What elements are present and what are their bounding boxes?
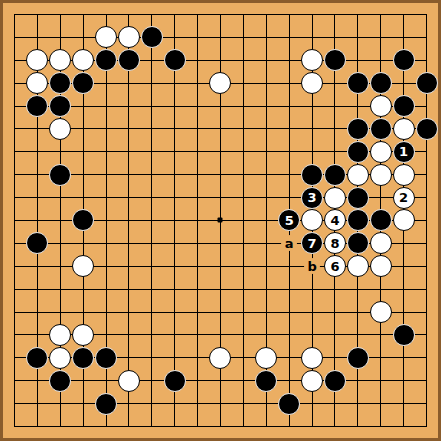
intersection-7-16[interactable]	[163, 369, 186, 392]
intersection-5-11[interactable]	[117, 255, 140, 278]
intersection-16-0[interactable]	[369, 3, 392, 26]
intersection-0-15[interactable]	[3, 346, 26, 369]
intersection-11-2[interactable]	[255, 49, 278, 72]
intersection-14-16[interactable]	[324, 369, 347, 392]
intersection-6-17[interactable]	[140, 392, 163, 415]
intersection-9-11[interactable]	[209, 255, 232, 278]
intersection-0-13[interactable]	[3, 301, 26, 324]
intersection-7-0[interactable]	[163, 3, 186, 26]
intersection-15-5[interactable]	[346, 117, 369, 140]
intersection-5-4[interactable]	[117, 95, 140, 118]
intersection-18-3[interactable]	[415, 72, 438, 95]
intersection-12-14[interactable]	[278, 324, 301, 347]
intersection-6-2[interactable]	[140, 49, 163, 72]
intersection-3-12[interactable]	[72, 278, 95, 301]
intersection-10-15[interactable]	[232, 346, 255, 369]
intersection-5-6[interactable]	[117, 140, 140, 163]
intersection-15-18[interactable]	[346, 415, 369, 438]
intersection-11-18[interactable]	[255, 415, 278, 438]
intersection-18-5[interactable]	[415, 117, 438, 140]
intersection-6-3[interactable]	[140, 72, 163, 95]
intersection-7-3[interactable]	[163, 72, 186, 95]
intersection-13-12[interactable]	[301, 278, 324, 301]
intersection-15-15[interactable]	[346, 346, 369, 369]
intersection-10-10[interactable]	[232, 232, 255, 255]
intersection-8-17[interactable]	[186, 392, 209, 415]
intersection-17-10[interactable]	[392, 232, 415, 255]
intersection-4-7[interactable]	[95, 163, 118, 186]
intersection-6-6[interactable]	[140, 140, 163, 163]
intersection-7-2[interactable]	[163, 49, 186, 72]
intersection-10-11[interactable]	[232, 255, 255, 278]
intersection-14-9[interactable]: 4	[324, 209, 347, 232]
intersection-14-17[interactable]	[324, 392, 347, 415]
intersection-13-3[interactable]	[301, 72, 324, 95]
intersection-3-8[interactable]	[72, 186, 95, 209]
intersection-16-15[interactable]	[369, 346, 392, 369]
intersection-3-13[interactable]	[72, 301, 95, 324]
intersection-0-6[interactable]	[3, 140, 26, 163]
intersection-8-12[interactable]	[186, 278, 209, 301]
intersection-0-16[interactable]	[3, 369, 26, 392]
intersection-13-6[interactable]	[301, 140, 324, 163]
intersection-13-9[interactable]	[301, 209, 324, 232]
intersection-0-3[interactable]	[3, 72, 26, 95]
intersection-0-2[interactable]	[3, 49, 26, 72]
intersection-15-16[interactable]	[346, 369, 369, 392]
intersection-7-12[interactable]	[163, 278, 186, 301]
intersection-10-16[interactable]	[232, 369, 255, 392]
intersection-8-16[interactable]	[186, 369, 209, 392]
intersection-1-13[interactable]	[26, 301, 49, 324]
intersection-11-9[interactable]	[255, 209, 278, 232]
intersection-14-6[interactable]	[324, 140, 347, 163]
intersection-17-11[interactable]	[392, 255, 415, 278]
intersection-16-8[interactable]	[369, 186, 392, 209]
intersection-18-1[interactable]	[415, 26, 438, 49]
intersection-5-5[interactable]	[117, 117, 140, 140]
intersection-17-16[interactable]	[392, 369, 415, 392]
intersection-3-1[interactable]	[72, 26, 95, 49]
intersection-18-17[interactable]	[415, 392, 438, 415]
intersection-11-12[interactable]	[255, 278, 278, 301]
intersection-14-15[interactable]	[324, 346, 347, 369]
intersection-13-15[interactable]	[301, 346, 324, 369]
intersection-8-2[interactable]	[186, 49, 209, 72]
intersection-17-5[interactable]	[392, 117, 415, 140]
intersection-9-8[interactable]	[209, 186, 232, 209]
intersection-16-11[interactable]	[369, 255, 392, 278]
intersection-14-14[interactable]	[324, 324, 347, 347]
intersection-17-2[interactable]	[392, 49, 415, 72]
intersection-15-0[interactable]	[346, 3, 369, 26]
intersection-15-12[interactable]	[346, 278, 369, 301]
intersection-1-4[interactable]	[26, 95, 49, 118]
intersection-12-7[interactable]	[278, 163, 301, 186]
intersection-12-0[interactable]	[278, 3, 301, 26]
intersection-11-3[interactable]	[255, 72, 278, 95]
intersection-12-5[interactable]	[278, 117, 301, 140]
intersection-7-5[interactable]	[163, 117, 186, 140]
intersection-11-7[interactable]	[255, 163, 278, 186]
intersection-1-5[interactable]	[26, 117, 49, 140]
intersection-14-5[interactable]	[324, 117, 347, 140]
intersection-4-2[interactable]	[95, 49, 118, 72]
intersection-15-11[interactable]	[346, 255, 369, 278]
intersection-3-2[interactable]	[72, 49, 95, 72]
intersection-0-5[interactable]	[3, 117, 26, 140]
intersection-10-12[interactable]	[232, 278, 255, 301]
intersection-3-15[interactable]	[72, 346, 95, 369]
intersection-2-16[interactable]	[49, 369, 72, 392]
intersection-13-2[interactable]	[301, 49, 324, 72]
intersection-5-9[interactable]	[117, 209, 140, 232]
intersection-16-16[interactable]	[369, 369, 392, 392]
intersection-18-6[interactable]	[415, 140, 438, 163]
intersection-4-6[interactable]	[95, 140, 118, 163]
intersection-8-11[interactable]	[186, 255, 209, 278]
intersection-8-8[interactable]	[186, 186, 209, 209]
intersection-12-11[interactable]	[278, 255, 301, 278]
intersection-18-10[interactable]	[415, 232, 438, 255]
intersection-17-13[interactable]	[392, 301, 415, 324]
intersection-7-17[interactable]	[163, 392, 186, 415]
intersection-7-11[interactable]	[163, 255, 186, 278]
intersection-10-6[interactable]	[232, 140, 255, 163]
intersection-3-11[interactable]	[72, 255, 95, 278]
intersection-6-5[interactable]	[140, 117, 163, 140]
intersection-15-7[interactable]	[346, 163, 369, 186]
intersection-14-7[interactable]	[324, 163, 347, 186]
intersection-5-13[interactable]	[117, 301, 140, 324]
intersection-4-3[interactable]	[95, 72, 118, 95]
intersection-14-3[interactable]	[324, 72, 347, 95]
intersection-6-8[interactable]	[140, 186, 163, 209]
intersection-16-4[interactable]	[369, 95, 392, 118]
intersection-10-0[interactable]	[232, 3, 255, 26]
intersection-7-8[interactable]	[163, 186, 186, 209]
intersection-2-9[interactable]	[49, 209, 72, 232]
intersection-12-16[interactable]	[278, 369, 301, 392]
intersection-4-13[interactable]	[95, 301, 118, 324]
intersection-6-0[interactable]	[140, 3, 163, 26]
intersection-8-4[interactable]	[186, 95, 209, 118]
intersection-9-3[interactable]	[209, 72, 232, 95]
intersection-3-9[interactable]	[72, 209, 95, 232]
intersection-2-15[interactable]	[49, 346, 72, 369]
intersection-5-2[interactable]	[117, 49, 140, 72]
intersection-13-13[interactable]	[301, 301, 324, 324]
intersection-8-14[interactable]	[186, 324, 209, 347]
intersection-17-9[interactable]	[392, 209, 415, 232]
intersection-11-16[interactable]	[255, 369, 278, 392]
intersection-17-14[interactable]	[392, 324, 415, 347]
intersection-4-9[interactable]	[95, 209, 118, 232]
intersection-1-12[interactable]	[26, 278, 49, 301]
intersection-7-14[interactable]	[163, 324, 186, 347]
intersection-8-9[interactable]	[186, 209, 209, 232]
intersection-5-12[interactable]	[117, 278, 140, 301]
intersection-9-15[interactable]	[209, 346, 232, 369]
intersection-5-16[interactable]	[117, 369, 140, 392]
intersection-3-3[interactable]	[72, 72, 95, 95]
intersection-0-1[interactable]	[3, 26, 26, 49]
intersection-8-6[interactable]	[186, 140, 209, 163]
intersection-14-12[interactable]	[324, 278, 347, 301]
intersection-12-6[interactable]	[278, 140, 301, 163]
intersection-1-0[interactable]	[26, 3, 49, 26]
intersection-16-2[interactable]	[369, 49, 392, 72]
intersection-18-14[interactable]	[415, 324, 438, 347]
intersection-16-5[interactable]	[369, 117, 392, 140]
intersection-12-13[interactable]	[278, 301, 301, 324]
intersection-3-18[interactable]	[72, 415, 95, 438]
intersection-17-12[interactable]	[392, 278, 415, 301]
intersection-0-7[interactable]	[3, 163, 26, 186]
intersection-2-13[interactable]	[49, 301, 72, 324]
intersection-6-4[interactable]	[140, 95, 163, 118]
intersection-2-1[interactable]	[49, 26, 72, 49]
intersection-8-1[interactable]	[186, 26, 209, 49]
intersection-15-4[interactable]	[346, 95, 369, 118]
intersection-3-16[interactable]	[72, 369, 95, 392]
intersection-9-16[interactable]	[209, 369, 232, 392]
intersection-1-17[interactable]	[26, 392, 49, 415]
intersection-7-9[interactable]	[163, 209, 186, 232]
intersection-6-11[interactable]	[140, 255, 163, 278]
intersection-17-17[interactable]	[392, 392, 415, 415]
intersection-1-15[interactable]	[26, 346, 49, 369]
intersection-5-17[interactable]	[117, 392, 140, 415]
intersection-17-15[interactable]	[392, 346, 415, 369]
intersection-2-7[interactable]	[49, 163, 72, 186]
intersection-5-15[interactable]	[117, 346, 140, 369]
intersection-18-15[interactable]	[415, 346, 438, 369]
intersection-11-8[interactable]	[255, 186, 278, 209]
intersection-14-10[interactable]: 8	[324, 232, 347, 255]
intersection-10-2[interactable]	[232, 49, 255, 72]
intersection-17-3[interactable]	[392, 72, 415, 95]
intersection-0-4[interactable]	[3, 95, 26, 118]
intersection-11-5[interactable]	[255, 117, 278, 140]
intersection-9-1[interactable]	[209, 26, 232, 49]
intersection-1-1[interactable]	[26, 26, 49, 49]
intersection-0-17[interactable]	[3, 392, 26, 415]
intersection-13-11[interactable]: b	[301, 255, 324, 278]
intersection-4-15[interactable]	[95, 346, 118, 369]
intersection-0-8[interactable]	[3, 186, 26, 209]
intersection-14-1[interactable]	[324, 26, 347, 49]
intersection-18-16[interactable]	[415, 369, 438, 392]
intersection-14-13[interactable]	[324, 301, 347, 324]
intersection-13-1[interactable]	[301, 26, 324, 49]
intersection-11-1[interactable]	[255, 26, 278, 49]
intersection-16-13[interactable]	[369, 301, 392, 324]
intersection-10-17[interactable]	[232, 392, 255, 415]
intersection-9-2[interactable]	[209, 49, 232, 72]
intersection-16-1[interactable]	[369, 26, 392, 49]
intersection-0-14[interactable]	[3, 324, 26, 347]
intersection-3-10[interactable]	[72, 232, 95, 255]
intersection-12-2[interactable]	[278, 49, 301, 72]
intersection-8-5[interactable]	[186, 117, 209, 140]
intersection-2-2[interactable]	[49, 49, 72, 72]
intersection-15-6[interactable]	[346, 140, 369, 163]
intersection-0-9[interactable]	[3, 209, 26, 232]
intersection-7-6[interactable]	[163, 140, 186, 163]
intersection-18-9[interactable]	[415, 209, 438, 232]
intersection-4-18[interactable]	[95, 415, 118, 438]
intersection-2-5[interactable]	[49, 117, 72, 140]
intersection-9-14[interactable]	[209, 324, 232, 347]
intersection-13-14[interactable]	[301, 324, 324, 347]
intersection-4-0[interactable]	[95, 3, 118, 26]
intersection-7-10[interactable]	[163, 232, 186, 255]
intersection-12-17[interactable]	[278, 392, 301, 415]
intersection-3-14[interactable]	[72, 324, 95, 347]
intersection-0-10[interactable]	[3, 232, 26, 255]
intersection-18-8[interactable]	[415, 186, 438, 209]
intersection-14-8[interactable]	[324, 186, 347, 209]
intersection-16-14[interactable]	[369, 324, 392, 347]
intersection-11-13[interactable]	[255, 301, 278, 324]
intersection-7-1[interactable]	[163, 26, 186, 49]
intersection-2-0[interactable]	[49, 3, 72, 26]
intersection-6-7[interactable]	[140, 163, 163, 186]
intersection-16-10[interactable]	[369, 232, 392, 255]
intersection-2-11[interactable]	[49, 255, 72, 278]
intersection-3-5[interactable]	[72, 117, 95, 140]
intersection-6-15[interactable]	[140, 346, 163, 369]
intersection-1-14[interactable]	[26, 324, 49, 347]
intersection-11-14[interactable]	[255, 324, 278, 347]
intersection-4-1[interactable]	[95, 26, 118, 49]
intersection-4-4[interactable]	[95, 95, 118, 118]
intersection-4-8[interactable]	[95, 186, 118, 209]
intersection-7-18[interactable]	[163, 415, 186, 438]
intersection-10-5[interactable]	[232, 117, 255, 140]
intersection-12-18[interactable]	[278, 415, 301, 438]
intersection-9-9[interactable]	[209, 209, 232, 232]
intersection-7-15[interactable]	[163, 346, 186, 369]
intersection-3-7[interactable]	[72, 163, 95, 186]
intersection-5-10[interactable]	[117, 232, 140, 255]
intersection-0-12[interactable]	[3, 278, 26, 301]
intersection-7-4[interactable]	[163, 95, 186, 118]
intersection-8-3[interactable]	[186, 72, 209, 95]
intersection-13-8[interactable]: 3	[301, 186, 324, 209]
intersection-12-10[interactable]: a	[278, 232, 301, 255]
intersection-13-16[interactable]	[301, 369, 324, 392]
intersection-8-7[interactable]	[186, 163, 209, 186]
intersection-12-12[interactable]	[278, 278, 301, 301]
intersection-12-4[interactable]	[278, 95, 301, 118]
intersection-18-13[interactable]	[415, 301, 438, 324]
intersection-3-17[interactable]	[72, 392, 95, 415]
intersection-2-4[interactable]	[49, 95, 72, 118]
intersection-17-4[interactable]	[392, 95, 415, 118]
intersection-2-3[interactable]	[49, 72, 72, 95]
intersection-1-7[interactable]	[26, 163, 49, 186]
intersection-8-18[interactable]	[186, 415, 209, 438]
intersection-14-4[interactable]	[324, 95, 347, 118]
intersection-17-0[interactable]	[392, 3, 415, 26]
intersection-6-1[interactable]	[140, 26, 163, 49]
intersection-15-10[interactable]	[346, 232, 369, 255]
intersection-13-5[interactable]	[301, 117, 324, 140]
intersection-2-17[interactable]	[49, 392, 72, 415]
intersection-4-17[interactable]	[95, 392, 118, 415]
intersection-7-13[interactable]	[163, 301, 186, 324]
intersection-9-17[interactable]	[209, 392, 232, 415]
intersection-15-8[interactable]	[346, 186, 369, 209]
intersection-13-18[interactable]	[301, 415, 324, 438]
intersection-6-18[interactable]	[140, 415, 163, 438]
intersection-1-16[interactable]	[26, 369, 49, 392]
intersection-4-12[interactable]	[95, 278, 118, 301]
intersection-11-10[interactable]	[255, 232, 278, 255]
intersection-15-2[interactable]	[346, 49, 369, 72]
intersection-18-11[interactable]	[415, 255, 438, 278]
intersection-13-4[interactable]	[301, 95, 324, 118]
intersection-18-12[interactable]	[415, 278, 438, 301]
intersection-0-18[interactable]	[3, 415, 26, 438]
intersection-17-18[interactable]	[392, 415, 415, 438]
intersection-2-8[interactable]	[49, 186, 72, 209]
intersection-6-10[interactable]	[140, 232, 163, 255]
intersection-14-11[interactable]: 6	[324, 255, 347, 278]
intersection-10-4[interactable]	[232, 95, 255, 118]
intersection-10-7[interactable]	[232, 163, 255, 186]
intersection-9-0[interactable]	[209, 3, 232, 26]
intersection-5-0[interactable]	[117, 3, 140, 26]
intersection-1-3[interactable]	[26, 72, 49, 95]
intersection-18-4[interactable]	[415, 95, 438, 118]
intersection-5-14[interactable]	[117, 324, 140, 347]
intersection-9-5[interactable]	[209, 117, 232, 140]
intersection-18-0[interactable]	[415, 3, 438, 26]
intersection-3-0[interactable]	[72, 3, 95, 26]
intersection-2-14[interactable]	[49, 324, 72, 347]
intersection-2-6[interactable]	[49, 140, 72, 163]
intersection-2-10[interactable]	[49, 232, 72, 255]
intersection-5-18[interactable]	[117, 415, 140, 438]
intersection-11-4[interactable]	[255, 95, 278, 118]
intersection-4-5[interactable]	[95, 117, 118, 140]
intersection-17-7[interactable]	[392, 163, 415, 186]
intersection-9-13[interactable]	[209, 301, 232, 324]
intersection-5-3[interactable]	[117, 72, 140, 95]
intersection-11-11[interactable]	[255, 255, 278, 278]
intersection-11-15[interactable]	[255, 346, 278, 369]
intersection-4-14[interactable]	[95, 324, 118, 347]
intersection-10-13[interactable]	[232, 301, 255, 324]
intersection-17-6[interactable]: 1	[392, 140, 415, 163]
intersection-0-11[interactable]	[3, 255, 26, 278]
intersection-3-6[interactable]	[72, 140, 95, 163]
intersection-10-14[interactable]	[232, 324, 255, 347]
intersection-11-6[interactable]	[255, 140, 278, 163]
intersection-16-18[interactable]	[369, 415, 392, 438]
intersection-10-8[interactable]	[232, 186, 255, 209]
intersection-4-16[interactable]	[95, 369, 118, 392]
intersection-16-7[interactable]	[369, 163, 392, 186]
intersection-9-6[interactable]	[209, 140, 232, 163]
intersection-9-4[interactable]	[209, 95, 232, 118]
intersection-4-11[interactable]	[95, 255, 118, 278]
intersection-4-10[interactable]	[95, 232, 118, 255]
intersection-6-13[interactable]	[140, 301, 163, 324]
